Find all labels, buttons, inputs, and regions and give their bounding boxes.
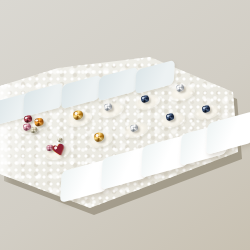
rhinestone-crystal [103, 103, 112, 112]
photo-rhinestone-sampler-card: ♥ [0, 0, 250, 250]
rhinestone-montana [165, 113, 174, 122]
rhinestone-gold [72, 110, 84, 121]
rhinestone-champagne [30, 126, 38, 133]
rhinestone-montana [140, 95, 149, 104]
rhinestone-amber [34, 117, 44, 127]
rhinestone-crystal [129, 124, 138, 133]
rhinestone-gold [93, 132, 105, 143]
rhinestone-crystal [175, 84, 184, 93]
rhinestone-garnet [23, 115, 32, 124]
rhinestone-montana [201, 105, 210, 114]
rhinestones-layer: ♥ [0, 0, 250, 250]
rhinestone-garnet-heart: ♥ [50, 142, 67, 160]
